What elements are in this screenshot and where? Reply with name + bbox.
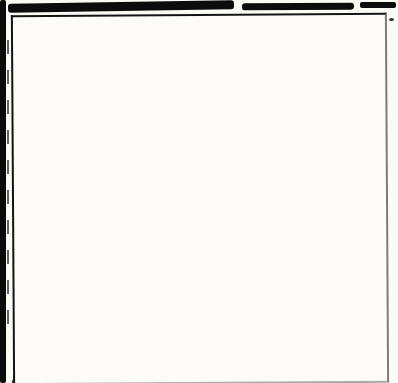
top-ink-bar-segment — [8, 0, 234, 13]
top-ink-bar-segment — [360, 2, 396, 8]
left-ink-bar — [0, 0, 6, 383]
chess-board — [11, 13, 389, 383]
left-ink-dashes — [7, 40, 9, 340]
print-speck — [389, 18, 394, 21]
top-ink-bar-segment — [242, 3, 354, 11]
newspaper-chess-diagram — [0, 0, 398, 383]
